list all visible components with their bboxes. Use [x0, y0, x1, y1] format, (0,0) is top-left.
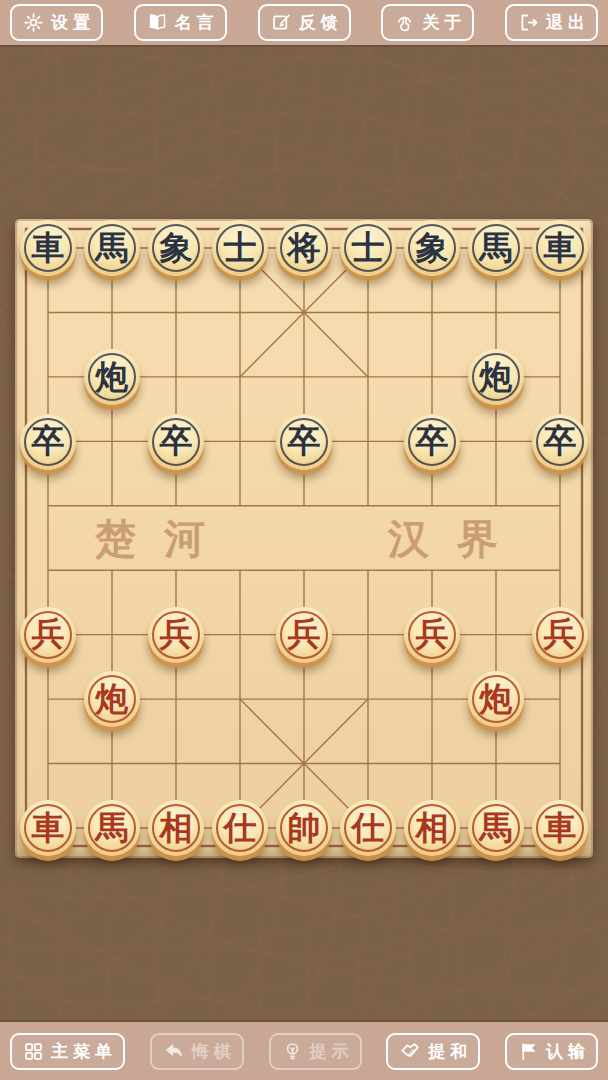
gear-icon: [23, 12, 44, 33]
piece-red-車[interactable]: 車: [20, 800, 76, 856]
top-toolbar: 设置 名言 反馈 关于 退出: [0, 0, 608, 45]
main-menu-label: 主菜单: [51, 1040, 117, 1063]
piece-red-炮[interactable]: 炮: [84, 671, 140, 727]
piece-glyph: 卒: [288, 424, 321, 457]
pieces-layer: 車馬象士将士象馬車炮炮卒卒卒卒卒兵兵兵兵兵炮炮車馬相仕帥仕相馬車: [16, 216, 592, 861]
piece-red-相[interactable]: 相: [148, 800, 204, 856]
piece-glyph: 相: [416, 811, 449, 844]
piece-glyph: 卒: [32, 424, 65, 457]
bulb-icon: [282, 1041, 303, 1062]
touch-icon: [394, 12, 415, 33]
piece-glyph: 炮: [96, 682, 129, 715]
piece-glyph: 仕: [352, 811, 385, 844]
piece-glyph: 馬: [96, 231, 129, 264]
piece-glyph: 士: [352, 231, 385, 264]
piece-glyph: 馬: [480, 811, 513, 844]
piece-glyph: 兵: [288, 617, 321, 650]
resign-button[interactable]: 认输: [505, 1033, 598, 1070]
piece-glyph: 相: [160, 811, 193, 844]
about-button[interactable]: 关于: [381, 4, 474, 41]
piece-red-馬[interactable]: 馬: [468, 800, 524, 856]
piece-red-炮[interactable]: 炮: [468, 671, 524, 727]
piece-glyph: 車: [544, 811, 577, 844]
piece-black-象[interactable]: 象: [148, 220, 204, 276]
piece-glyph: 炮: [480, 682, 513, 715]
piece-black-士[interactable]: 士: [212, 220, 268, 276]
resign-label: 认输: [546, 1040, 590, 1063]
piece-red-車[interactable]: 車: [532, 800, 588, 856]
piece-glyph: 兵: [544, 617, 577, 650]
offer-draw-button[interactable]: 提和: [386, 1033, 480, 1070]
piece-glyph: 象: [416, 231, 449, 264]
offer-draw-label: 提和: [428, 1040, 472, 1063]
piece-glyph: 将: [288, 231, 321, 264]
piece-glyph: 車: [32, 231, 65, 264]
quotes-button[interactable]: 名言: [134, 4, 227, 41]
piece-glyph: 車: [32, 811, 65, 844]
piece-glyph: 馬: [480, 231, 513, 264]
exit-label: 退出: [546, 11, 590, 34]
piece-red-相[interactable]: 相: [404, 800, 460, 856]
piece-black-卒[interactable]: 卒: [20, 414, 76, 470]
xiangqi-board: 楚河 汉界 車馬象士将士象馬車炮炮卒卒卒卒卒兵兵兵兵兵炮炮車馬相仕帥仕相馬車: [15, 219, 593, 858]
piece-black-士[interactable]: 士: [340, 220, 396, 276]
piece-black-馬[interactable]: 馬: [468, 220, 524, 276]
piece-black-卒[interactable]: 卒: [276, 414, 332, 470]
piece-black-車[interactable]: 車: [532, 220, 588, 276]
exit-button[interactable]: 退出: [505, 4, 598, 41]
about-label: 关于: [422, 11, 466, 34]
piece-red-仕[interactable]: 仕: [212, 800, 268, 856]
piece-glyph: 仕: [224, 811, 257, 844]
hint-button[interactable]: 提示: [269, 1033, 362, 1070]
hint-label: 提示: [310, 1040, 354, 1063]
piece-black-車[interactable]: 車: [20, 220, 76, 276]
piece-red-帥[interactable]: 帥: [276, 800, 332, 856]
feedback-button[interactable]: 反馈: [258, 4, 351, 41]
exit-icon: [518, 12, 539, 33]
flag-icon: [518, 1041, 539, 1062]
main-menu-button[interactable]: 主菜单: [10, 1033, 125, 1070]
settings-label: 设置: [51, 11, 95, 34]
piece-black-炮[interactable]: 炮: [468, 349, 524, 405]
piece-red-兵[interactable]: 兵: [276, 607, 332, 663]
piece-glyph: 士: [224, 231, 257, 264]
settings-button[interactable]: 设置: [10, 4, 103, 41]
handshake-icon: [399, 1040, 421, 1062]
piece-red-兵[interactable]: 兵: [532, 607, 588, 663]
undo-label: 悔棋: [192, 1040, 236, 1063]
piece-black-馬[interactable]: 馬: [84, 220, 140, 276]
piece-glyph: 象: [160, 231, 193, 264]
piece-glyph: 車: [544, 231, 577, 264]
bottom-toolbar: 主菜单 悔棋 提示 提和 认输: [0, 1022, 608, 1080]
piece-glyph: 炮: [96, 360, 129, 393]
menu-grid-icon: [23, 1041, 44, 1062]
piece-glyph: 兵: [160, 617, 193, 650]
piece-glyph: 兵: [416, 617, 449, 650]
piece-black-卒[interactable]: 卒: [532, 414, 588, 470]
piece-glyph: 卒: [160, 424, 193, 457]
piece-black-象[interactable]: 象: [404, 220, 460, 276]
piece-red-兵[interactable]: 兵: [20, 607, 76, 663]
piece-glyph: 兵: [32, 617, 65, 650]
feedback-label: 反馈: [299, 11, 343, 34]
piece-glyph: 馬: [96, 811, 129, 844]
piece-glyph: 卒: [544, 424, 577, 457]
piece-red-兵[interactable]: 兵: [404, 607, 460, 663]
undo-icon: [163, 1040, 185, 1062]
piece-red-馬[interactable]: 馬: [84, 800, 140, 856]
piece-red-仕[interactable]: 仕: [340, 800, 396, 856]
edit-icon: [271, 12, 292, 33]
piece-black-炮[interactable]: 炮: [84, 349, 140, 405]
piece-glyph: 炮: [480, 360, 513, 393]
piece-black-卒[interactable]: 卒: [148, 414, 204, 470]
book-icon: [147, 12, 168, 33]
piece-glyph: 帥: [288, 811, 321, 844]
piece-black-卒[interactable]: 卒: [404, 414, 460, 470]
undo-button[interactable]: 悔棋: [150, 1033, 244, 1070]
piece-black-将[interactable]: 将: [276, 220, 332, 276]
piece-red-兵[interactable]: 兵: [148, 607, 204, 663]
piece-glyph: 卒: [416, 424, 449, 457]
quotes-label: 名言: [175, 11, 219, 34]
